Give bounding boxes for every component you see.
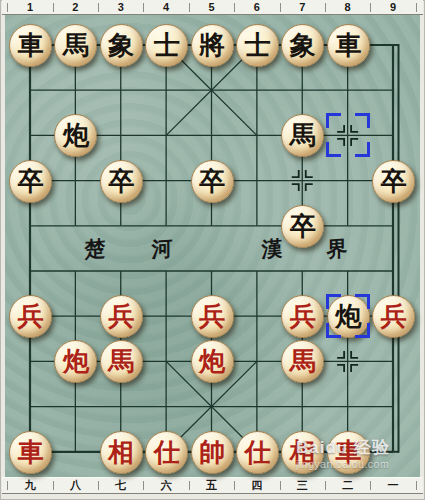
piece-char: 卒: [10, 161, 51, 202]
piece-black-cannon[interactable]: 炮: [327, 295, 370, 338]
bottom-coordinate-strip: 九八七六五四三二一: [2, 477, 423, 494]
piece-black-general[interactable]: 將: [191, 24, 234, 67]
river-char: 界: [327, 234, 348, 264]
piece-red-soldier[interactable]: 兵: [9, 295, 52, 338]
piece-char: 炮: [55, 341, 96, 382]
strip-tick: [280, 481, 281, 490]
file-label-bottom: 九: [25, 479, 36, 492]
piece-red-soldier[interactable]: 兵: [191, 295, 234, 338]
piece-char: 相: [101, 432, 142, 473]
piece-char: 炮: [192, 341, 233, 382]
piece-char: 兵: [192, 296, 233, 337]
river-char: 漢: [262, 234, 283, 264]
piece-char: 炮: [328, 296, 369, 337]
piece-black-advisor[interactable]: 士: [145, 24, 188, 67]
file-label-bottom: 一: [388, 479, 399, 492]
file-label-bottom: 四: [251, 479, 262, 492]
file-label-top: 5: [208, 1, 214, 14]
piece-black-cannon[interactable]: 炮: [54, 114, 97, 157]
piece-black-chariot[interactable]: 車: [9, 24, 52, 67]
piece-red-chariot[interactable]: 車: [327, 431, 370, 474]
piece-char: 車: [10, 432, 51, 473]
piece-char: 仕: [237, 432, 278, 473]
strip-tick: [370, 481, 371, 490]
strip-tick: [98, 3, 99, 12]
piece-char: 象: [282, 25, 323, 66]
piece-char: 象: [101, 25, 142, 66]
piece-black-elephant[interactable]: 象: [100, 24, 143, 67]
strip-tick: [189, 3, 190, 12]
piece-red-advisor[interactable]: 仕: [145, 431, 188, 474]
piece-char: 兵: [10, 296, 51, 337]
strip-tick: [53, 481, 54, 490]
piece-char: 車: [328, 432, 369, 473]
piece-char: 仕: [146, 432, 187, 473]
river-char: 河: [152, 234, 173, 264]
piece-black-soldier[interactable]: 卒: [372, 160, 415, 203]
piece-char: 馬: [55, 25, 96, 66]
piece-char: 炮: [55, 115, 96, 156]
piece-char: 兵: [101, 296, 142, 337]
strip-tick: [416, 481, 417, 490]
piece-char: 相: [282, 432, 323, 473]
strip-tick: [53, 3, 54, 12]
piece-red-elephant[interactable]: 相: [100, 431, 143, 474]
piece-black-soldier[interactable]: 卒: [9, 160, 52, 203]
file-label-top: 6: [254, 1, 260, 14]
file-label-bottom: 二: [342, 479, 353, 492]
piece-char: 士: [146, 25, 187, 66]
piece-black-elephant[interactable]: 象: [281, 24, 324, 67]
piece-char: 帥: [192, 432, 233, 473]
strip-tick: [7, 3, 8, 12]
file-label-bottom: 六: [161, 479, 172, 492]
piece-red-soldier[interactable]: 兵: [372, 295, 415, 338]
river-char: 楚: [85, 234, 106, 264]
strip-tick: [98, 481, 99, 490]
piece-char: 士: [237, 25, 278, 66]
piece-char: 馬: [282, 115, 323, 156]
piece-char: 兵: [282, 296, 323, 337]
piece-char: 車: [10, 25, 51, 66]
piece-char: 卒: [282, 206, 323, 247]
piece-black-soldier[interactable]: 卒: [191, 160, 234, 203]
strip-tick: [325, 3, 326, 12]
file-label-top: 9: [390, 1, 396, 14]
file-label-bottom: 八: [70, 479, 81, 492]
piece-black-soldier[interactable]: 卒: [281, 205, 324, 248]
file-label-top: 7: [299, 1, 305, 14]
piece-char: 馬: [282, 341, 323, 382]
piece-black-advisor[interactable]: 士: [236, 24, 279, 67]
piece-char: 卒: [373, 161, 414, 202]
piece-char: 馬: [101, 341, 142, 382]
piece-char: 卒: [101, 161, 142, 202]
strip-tick: [143, 3, 144, 12]
strip-tick: [234, 481, 235, 490]
piece-red-elephant[interactable]: 相: [281, 431, 324, 474]
top-coordinate-strip: 123456789: [2, 0, 423, 15]
piece-red-horse[interactable]: 馬: [281, 340, 324, 383]
strip-tick: [280, 3, 281, 12]
piece-red-advisor[interactable]: 仕: [236, 431, 279, 474]
file-label-top: 8: [345, 1, 351, 14]
strip-tick: [370, 3, 371, 12]
piece-red-soldier[interactable]: 兵: [281, 295, 324, 338]
file-label-bottom: 五: [206, 479, 217, 492]
file-label-top: 1: [27, 1, 33, 14]
piece-red-cannon[interactable]: 炮: [191, 340, 234, 383]
strip-tick: [7, 481, 8, 490]
piece-char: 兵: [373, 296, 414, 337]
strip-tick: [143, 481, 144, 490]
piece-red-general[interactable]: 帥: [191, 431, 234, 474]
strip-tick: [234, 3, 235, 12]
file-label-top: 3: [118, 1, 124, 14]
file-label-bottom: 七: [115, 479, 126, 492]
piece-black-chariot[interactable]: 車: [327, 24, 370, 67]
piece-red-horse[interactable]: 馬: [100, 340, 143, 383]
file-label-top: 4: [163, 1, 169, 14]
piece-red-cannon[interactable]: 炮: [54, 340, 97, 383]
piece-red-chariot[interactable]: 車: [9, 431, 52, 474]
xiangqi-board-window: 123456789 九八七六五四三二一 楚河漢界 車馬象士將士象車炮馬卒卒卒卒卒…: [0, 0, 425, 500]
piece-char: 車: [328, 25, 369, 66]
strip-tick: [416, 3, 417, 12]
file-label-bottom: 三: [297, 479, 308, 492]
piece-red-soldier[interactable]: 兵: [100, 295, 143, 338]
piece-black-horse[interactable]: 馬: [54, 24, 97, 67]
piece-char: 卒: [192, 161, 233, 202]
file-label-top: 2: [72, 1, 78, 14]
piece-black-horse[interactable]: 馬: [281, 114, 324, 157]
strip-tick: [189, 481, 190, 490]
strip-tick: [325, 481, 326, 490]
piece-black-soldier[interactable]: 卒: [100, 160, 143, 203]
piece-char: 將: [192, 25, 233, 66]
